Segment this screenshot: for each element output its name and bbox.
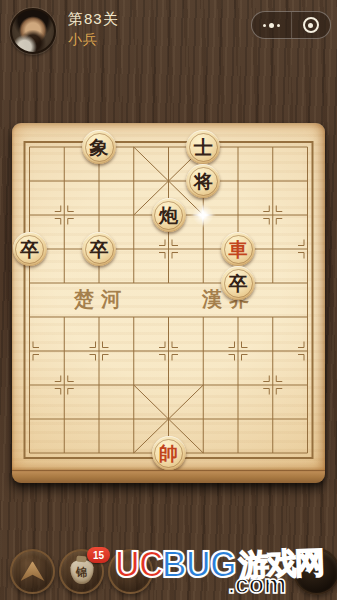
xiangqi-piece-black[interactable]: 士 — [186, 130, 220, 164]
more-dots-icon — [277, 24, 280, 27]
piece-character: 炮 — [159, 206, 178, 225]
xiangqi-board: 楚河 漢界 象士将炮卒卒車卒帥 — [12, 123, 325, 483]
watermark-letter: G — [210, 546, 234, 583]
watermark-letter: B — [162, 546, 184, 583]
xiangqi-piece-black[interactable]: 将 — [186, 164, 220, 198]
player-avatar[interactable] — [10, 8, 56, 54]
piece-character: 卒 — [229, 274, 248, 293]
sparkle-effect — [190, 202, 216, 228]
obscured-right-button[interactable] — [293, 548, 337, 595]
xiangqi-piece-black[interactable]: 卒 — [82, 232, 116, 266]
exit-button[interactable] — [291, 12, 331, 38]
board-edge — [12, 470, 325, 483]
level-title: 第83关 — [68, 10, 119, 29]
exit-circle-icon — [303, 17, 319, 33]
more-dots-icon — [269, 23, 274, 28]
rank-label: 小兵 — [68, 31, 98, 49]
piece-character: 士 — [194, 138, 213, 157]
money-bag-icon: 锦 — [70, 560, 93, 584]
xiangqi-piece-red[interactable]: 帥 — [152, 436, 186, 470]
board-grid — [12, 123, 325, 470]
piece-character: 卒 — [20, 240, 39, 259]
xiangqi-piece-black[interactable]: 炮 — [152, 198, 186, 232]
river-label-left: 楚河 — [74, 286, 128, 313]
xiangqi-piece-black[interactable]: 卒 — [13, 232, 47, 266]
collapse-menu-button[interactable] — [10, 549, 55, 594]
piece-character: 象 — [90, 138, 109, 157]
hint-count-badge: 15 — [87, 547, 110, 563]
arrow-up-icon — [21, 561, 45, 581]
xiangqi-piece-black[interactable]: 象 — [82, 130, 116, 164]
board-surface[interactable]: 楚河 漢界 象士将炮卒卒車卒帥 — [12, 123, 325, 470]
xiangqi-piece-red[interactable]: 車 — [221, 232, 255, 266]
obscured-button[interactable] — [108, 549, 153, 594]
more-button[interactable] — [252, 12, 291, 38]
xiangqi-piece-black[interactable]: 卒 — [221, 266, 255, 300]
piece-character: 車 — [229, 240, 248, 259]
watermark-letter: U — [186, 546, 208, 583]
wechat-capsule — [251, 11, 331, 39]
more-dots-icon — [263, 24, 266, 27]
piece-character: 帥 — [159, 444, 178, 463]
hint-bag-button[interactable]: 锦 15 — [59, 549, 104, 594]
xiangqi-game-screen: 第83关 小兵 楚河 漢界 象士将炮卒卒車卒帥 锦 15 UCBUG 游戏网 — [0, 0, 337, 600]
piece-character: 将 — [194, 172, 213, 191]
watermark-suffix: .com — [228, 572, 286, 597]
piece-character: 卒 — [90, 240, 109, 259]
